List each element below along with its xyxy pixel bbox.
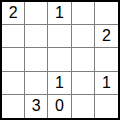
cell-r5c1[interactable]: [2, 95, 25, 118]
cell-r2c2[interactable]: [25, 25, 48, 48]
cell-r2c1[interactable]: [2, 25, 25, 48]
cell-r3c4[interactable]: [72, 48, 95, 71]
cell-r3c1[interactable]: [2, 48, 25, 71]
cell-r5c4[interactable]: [72, 95, 95, 118]
cell-r5c5[interactable]: [95, 95, 118, 118]
cell-r3c5[interactable]: [95, 48, 118, 71]
cell-r2c5[interactable]: 2: [95, 25, 118, 48]
cell-r2c3[interactable]: [48, 25, 71, 48]
cell-r1c5[interactable]: [95, 2, 118, 25]
cell-r4c1[interactable]: [2, 72, 25, 95]
cell-r1c2[interactable]: [25, 2, 48, 25]
cell-r4c3[interactable]: 1: [48, 72, 71, 95]
slitherlink-board: 2 1 2 1 1 3 0: [0, 0, 120, 120]
cell-r1c1[interactable]: 2: [2, 2, 25, 25]
cell-r5c3[interactable]: 0: [48, 95, 71, 118]
cell-r1c4[interactable]: [72, 2, 95, 25]
cell-r3c3[interactable]: [48, 48, 71, 71]
cell-r3c2[interactable]: [25, 48, 48, 71]
cell-r4c5[interactable]: 1: [95, 72, 118, 95]
cell-r4c2[interactable]: [25, 72, 48, 95]
cell-r4c4[interactable]: [72, 72, 95, 95]
cell-r2c4[interactable]: [72, 25, 95, 48]
cell-r5c2[interactable]: 3: [25, 95, 48, 118]
cell-r1c3[interactable]: 1: [48, 2, 71, 25]
